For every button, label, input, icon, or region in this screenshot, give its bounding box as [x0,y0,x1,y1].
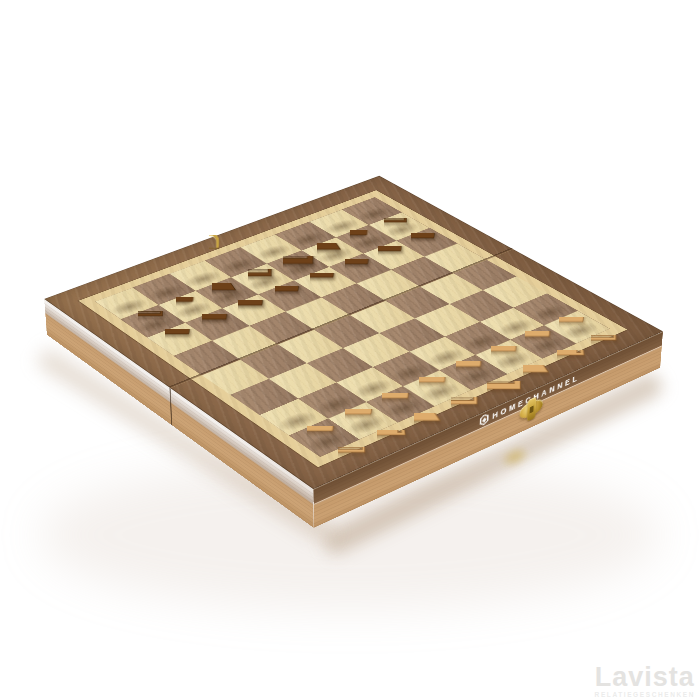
fold-seam-side [169,387,172,425]
chess-board: ♜♞♝♛♚♝♞♜♟♟♟♟♟♟♟♟♟♟♟♟♟♟♟♟♜♞♝♛♚♝♞♜ HOMECHA… [44,176,663,489]
chess-set-scene: ♜♞♝♛♚♝♞♜♟♟♟♟♟♟♟♟♟♟♟♟♟♟♟♟♜♞♝♛♚♝♞♜ HOMECHA… [130,95,570,535]
watermark-subtitle: RELATIEGESCHENKEN [595,691,695,698]
board-frame: ♜♞♝♛♚♝♞♜♟♟♟♟♟♟♟♟♟♟♟♟♟♟♟♟♜♞♝♛♚♝♞♜ [44,176,663,489]
homechannel-hexagon-icon [480,412,489,427]
watermark-text: Lavista [595,662,695,693]
board-grid: ♜♞♝♛♚♝♞♜♟♟♟♟♟♟♟♟♟♟♟♟♟♟♟♟♜♞♝♛♚♝♞♜ [79,190,628,467]
product-photo-stage: ♜♞♝♛♚♝♞♜♟♟♟♟♟♟♟♟♟♟♟♟♟♟♟♟♜♞♝♛♚♝♞♜ HOMECHA… [0,0,700,700]
watermark: Lavista RELATIEGESCHENKEN [595,662,695,698]
white-rook: ♜ [295,372,380,467]
square-a1: ♜ [289,419,359,457]
